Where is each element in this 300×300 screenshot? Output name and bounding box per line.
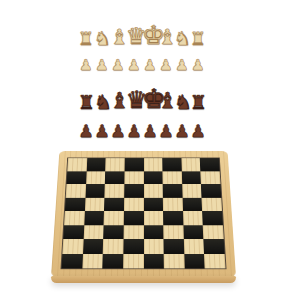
light-knight-piece[interactable]: ♞ [174,29,190,48]
dark-pawn-piece[interactable]: ♟ [78,123,94,140]
light-pawn-piece[interactable]: ♟ [78,58,94,73]
board-frame [51,151,236,277]
square-c7[interactable] [105,171,124,184]
dark-pawn-row: ♟♟♟♟♟♟♟♟ [0,122,292,140]
square-a6[interactable] [66,184,86,197]
dark-knight-piece[interactable]: ♞ [174,92,190,112]
dark-queen-piece[interactable]: ♛ [126,88,142,112]
square-b8[interactable] [86,158,105,171]
square-g8[interactable] [181,158,200,171]
square-d7[interactable] [124,171,143,184]
dark-pawn-piece[interactable]: ♟ [174,123,190,140]
square-g4[interactable] [183,211,203,225]
square-f5[interactable] [163,197,183,211]
light-pawn-piece[interactable]: ♟ [142,58,158,73]
light-rook-piece[interactable]: ♜ [78,30,94,48]
square-e8[interactable] [144,158,163,171]
light-rook-piece[interactable]: ♜ [190,30,206,48]
light-pawn-piece[interactable]: ♟ [158,58,174,73]
square-d6[interactable] [124,184,143,197]
square-g1[interactable] [184,254,205,269]
light-knight-piece[interactable]: ♞ [94,29,110,48]
dark-rook-piece[interactable]: ♜ [78,93,94,112]
light-pawn-row: ♟♟♟♟♟♟♟♟ [0,57,292,73]
board-side-edge [51,276,236,283]
square-d2[interactable] [123,239,143,253]
chess-board [51,151,236,277]
dark-back-row: ♜♞♝♛♚♝♞♜ [0,80,292,112]
square-a3[interactable] [63,225,84,239]
light-back-row: ♜♞♝♛♚♝♞♜ [0,18,292,48]
square-c8[interactable] [105,158,124,171]
square-h4[interactable] [202,211,222,225]
square-e6[interactable] [144,184,163,197]
square-f3[interactable] [163,225,183,239]
square-d5[interactable] [124,197,144,211]
square-e4[interactable] [144,211,164,225]
square-h2[interactable] [204,239,225,253]
square-d1[interactable] [123,254,143,269]
square-c4[interactable] [104,211,124,225]
square-c5[interactable] [104,197,124,211]
square-h6[interactable] [201,184,221,197]
square-f6[interactable] [163,184,183,197]
square-e1[interactable] [144,254,164,269]
dark-pawn-piece[interactable]: ♟ [158,123,174,140]
dark-pawn-piece[interactable]: ♟ [142,123,158,140]
chess-set-photo: ♜♞♝♛♚♝♞♜ ♟♟♟♟♟♟♟♟ ♜♞♝♛♚♝♞♜ ♟♟♟♟♟♟♟♟ [0,0,300,300]
light-queen-piece[interactable]: ♛ [126,25,142,48]
square-h8[interactable] [200,158,220,171]
square-f2[interactable] [164,239,184,253]
board-grid [60,158,226,270]
square-g6[interactable] [182,184,202,197]
square-h3[interactable] [203,225,224,239]
square-a5[interactable] [65,197,85,211]
light-pawn-piece[interactable]: ♟ [190,58,206,73]
square-g2[interactable] [184,239,205,253]
light-pawn-piece[interactable]: ♟ [126,58,142,73]
dark-bishop-piece[interactable]: ♝ [158,90,174,112]
square-b6[interactable] [85,184,105,197]
square-b2[interactable] [83,239,104,253]
dark-pawn-piece[interactable]: ♟ [110,123,126,140]
light-bishop-piece[interactable]: ♝ [110,27,126,48]
light-pawn-piece[interactable]: ♟ [110,58,126,73]
square-f8[interactable] [162,158,181,171]
square-b1[interactable] [82,254,103,269]
square-f4[interactable] [163,211,183,225]
square-b7[interactable] [86,171,106,184]
dark-knight-piece[interactable]: ♞ [94,92,110,112]
square-f7[interactable] [163,171,182,184]
square-e7[interactable] [144,171,163,184]
square-c6[interactable] [105,184,125,197]
square-a2[interactable] [62,239,83,253]
square-b3[interactable] [83,225,103,239]
light-bishop-piece[interactable]: ♝ [158,27,174,48]
dark-pawn-piece[interactable]: ♟ [190,123,206,140]
square-c2[interactable] [103,239,123,253]
square-e5[interactable] [144,197,164,211]
square-e3[interactable] [144,225,164,239]
square-b5[interactable] [85,197,105,211]
square-g5[interactable] [182,197,202,211]
dark-bishop-piece[interactable]: ♝ [110,90,126,112]
square-a7[interactable] [67,171,87,184]
dark-pawn-piece[interactable]: ♟ [94,123,110,140]
square-d3[interactable] [123,225,143,239]
square-f1[interactable] [164,254,185,269]
square-h1[interactable] [204,254,225,269]
dark-pawn-piece[interactable]: ♟ [126,123,142,140]
square-g7[interactable] [182,171,202,184]
square-e2[interactable] [144,239,164,253]
dark-rook-piece[interactable]: ♜ [190,93,206,112]
square-d8[interactable] [124,158,143,171]
square-d4[interactable] [124,211,144,225]
square-g3[interactable] [183,225,203,239]
light-pawn-piece[interactable]: ♟ [174,58,190,73]
square-a1[interactable] [62,254,83,269]
square-c3[interactable] [103,225,123,239]
square-h5[interactable] [202,197,222,211]
dark-king-piece[interactable]: ♚ [142,85,158,112]
square-b4[interactable] [84,211,104,225]
square-c1[interactable] [103,254,124,269]
light-king-piece[interactable]: ♚ [142,22,158,48]
square-a4[interactable] [64,211,84,225]
square-h7[interactable] [201,171,221,184]
light-pawn-piece[interactable]: ♟ [94,58,110,73]
square-a8[interactable] [67,158,87,171]
